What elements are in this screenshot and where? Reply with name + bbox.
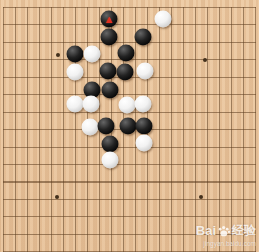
black-stone (102, 82, 119, 99)
white-stone (67, 64, 84, 81)
watermark-brand: Bai 经验 (196, 222, 256, 239)
white-stone (155, 11, 172, 28)
black-stone (117, 64, 134, 81)
star-point (203, 58, 207, 62)
black-stone (67, 46, 84, 63)
last-move-triangle-marker-icon: ▲ (101, 11, 118, 28)
watermark-brand-latin: Bai (196, 223, 216, 238)
go-board: Bai 经验 jingyan.baidu.com ▲ (0, 0, 259, 252)
black-stone: ▲ (101, 11, 118, 28)
black-stone (102, 136, 119, 153)
white-stone (135, 96, 152, 113)
white-stone (136, 135, 153, 152)
black-stone (120, 118, 137, 135)
white-stone (102, 152, 119, 169)
black-stone (118, 45, 135, 62)
white-stone (67, 96, 84, 113)
white-stone (84, 46, 101, 63)
baidu-paw-icon (217, 225, 231, 237)
black-stone (136, 118, 153, 135)
watermark-brand-cn: 经验 (232, 222, 256, 239)
white-stone (119, 97, 136, 114)
white-stone (83, 96, 100, 113)
black-stone (135, 29, 152, 46)
star-point (55, 195, 59, 199)
baidu-jingyan-watermark: Bai 经验 jingyan.baidu.com (196, 222, 256, 247)
watermark-url: jingyan.baidu.com (196, 240, 256, 247)
star-point (199, 195, 203, 199)
black-stone (100, 63, 117, 80)
white-stone (137, 63, 154, 80)
black-stone (101, 29, 118, 46)
star-point (56, 53, 60, 57)
white-stone (82, 119, 99, 136)
black-stone (98, 118, 115, 135)
